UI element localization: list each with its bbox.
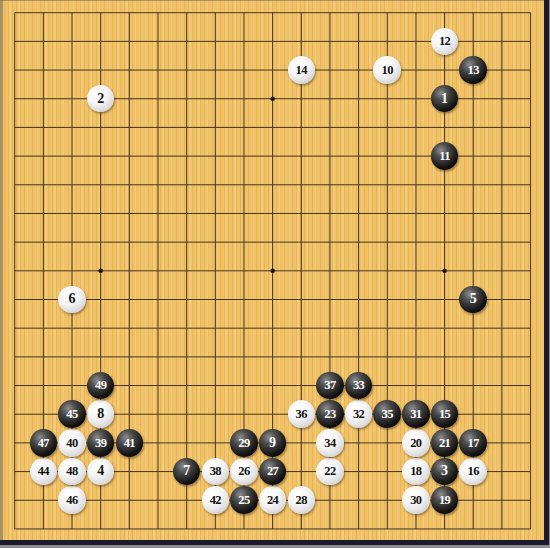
stone-move-37[interactable]: 37 [316,372,344,400]
stone-move-27[interactable]: 27 [259,458,287,486]
stone-number-label: 47 [38,436,49,449]
stone-move-25[interactable]: 25 [230,486,258,514]
stone-move-13[interactable]: 13 [459,56,487,84]
stone-number-label: 2 [97,91,104,105]
stone-move-21[interactable]: 21 [431,429,459,457]
stone-move-11[interactable]: 11 [431,142,459,170]
stone-number-label: 27 [267,465,278,478]
stone-number-label: 41 [124,436,135,449]
stone-move-45[interactable]: 45 [58,400,86,428]
stone-move-39[interactable]: 39 [87,429,115,457]
stone-number-label: 19 [439,493,450,506]
stone-number-label: 28 [296,493,307,506]
stone-number-label: 29 [238,436,249,449]
stone-number-label: 42 [210,493,221,506]
stone-number-label: 15 [439,407,450,420]
stone-number-label: 5 [470,292,477,306]
stone-move-17[interactable]: 17 [459,429,487,457]
stone-move-40[interactable]: 40 [58,429,86,457]
stone-number-label: 32 [353,407,364,420]
stone-number-label: 37 [324,379,335,392]
stone-move-4[interactable]: 4 [87,458,115,486]
stone-number-label: 16 [468,465,479,478]
stone-number-label: 4 [97,464,104,478]
stone-move-33[interactable]: 33 [345,372,373,400]
stone-number-label: 44 [38,465,49,478]
stone-move-31[interactable]: 31 [402,400,430,428]
stone-move-49[interactable]: 49 [87,372,115,400]
stone-number-label: 46 [66,493,77,506]
go-board[interactable]: 1234567891011121314151617181920212223242… [0,0,550,548]
stone-number-label: 18 [410,465,421,478]
stone-number-label: 3 [441,464,448,478]
stone-number-label: 34 [324,436,335,449]
stone-move-35[interactable]: 35 [373,400,401,428]
stone-move-28[interactable]: 28 [288,486,316,514]
stone-move-42[interactable]: 42 [202,486,230,514]
stone-number-label: 25 [238,493,249,506]
stone-number-label: 13 [468,63,479,76]
stone-move-32[interactable]: 32 [345,400,373,428]
stone-number-label: 8 [97,407,104,421]
stone-number-label: 45 [66,407,77,420]
stone-number-label: 1 [441,91,448,105]
stone-move-38[interactable]: 38 [202,458,230,486]
stone-number-label: 49 [95,379,106,392]
stone-move-20[interactable]: 20 [402,429,430,457]
stone-number-label: 9 [269,435,276,449]
stone-move-9[interactable]: 9 [259,429,287,457]
stone-number-label: 31 [410,407,421,420]
stone-number-label: 48 [66,465,77,478]
stone-number-label: 24 [267,493,278,506]
stone-move-36[interactable]: 36 [288,400,316,428]
stone-number-label: 35 [382,407,393,420]
stone-move-18[interactable]: 18 [402,458,430,486]
stone-move-24[interactable]: 24 [259,486,287,514]
stone-move-26[interactable]: 26 [230,458,258,486]
stone-number-label: 14 [296,63,307,76]
stone-move-29[interactable]: 29 [230,429,258,457]
stone-number-label: 12 [439,35,450,48]
stone-move-7[interactable]: 7 [173,458,201,486]
stone-move-46[interactable]: 46 [58,486,86,514]
stone-move-23[interactable]: 23 [316,400,344,428]
stone-move-48[interactable]: 48 [58,458,86,486]
stone-number-label: 23 [324,407,335,420]
stone-number-label: 20 [410,436,421,449]
stone-move-10[interactable]: 10 [373,56,401,84]
stone-move-14[interactable]: 14 [288,56,316,84]
stones-layer: 1234567891011121314151617181920212223242… [0,0,544,543]
stone-move-30[interactable]: 30 [402,486,430,514]
stone-number-label: 22 [324,465,335,478]
stone-number-label: 30 [410,493,421,506]
stone-number-label: 11 [439,149,450,162]
stone-move-15[interactable]: 15 [431,400,459,428]
stone-number-label: 26 [238,465,249,478]
stone-move-8[interactable]: 8 [87,400,115,428]
stone-number-label: 17 [468,436,479,449]
stone-number-label: 36 [296,407,307,420]
stone-move-3[interactable]: 3 [431,458,459,486]
stone-move-16[interactable]: 16 [459,458,487,486]
stone-number-label: 6 [69,292,76,306]
kifu-diagram: 1234567891011121314151617181920212223242… [0,0,550,548]
stone-move-12[interactable]: 12 [431,28,459,56]
stone-move-47[interactable]: 47 [30,429,58,457]
stone-move-44[interactable]: 44 [30,458,58,486]
stone-number-label: 33 [353,379,364,392]
stone-move-1[interactable]: 1 [431,85,459,113]
stone-move-19[interactable]: 19 [431,486,459,514]
stone-number-label: 10 [382,63,393,76]
stone-move-2[interactable]: 2 [87,85,115,113]
stone-move-5[interactable]: 5 [459,286,487,314]
stone-number-label: 39 [95,436,106,449]
stone-number-label: 40 [66,436,77,449]
stone-number-label: 21 [439,436,450,449]
stone-move-6[interactable]: 6 [58,286,86,314]
stone-move-34[interactable]: 34 [316,429,344,457]
stone-move-22[interactable]: 22 [316,458,344,486]
stone-move-41[interactable]: 41 [116,429,144,457]
stone-number-label: 7 [183,464,190,478]
stone-number-label: 38 [210,465,221,478]
